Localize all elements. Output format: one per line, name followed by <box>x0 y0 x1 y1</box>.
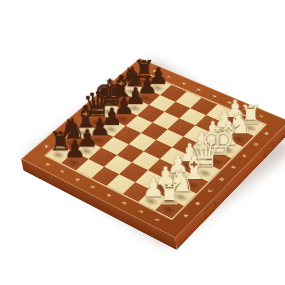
chess-board: ♜♟♟♜♞♟♟♞♝♟♟♝♚♟♟♚♛♟♟♛♝♟♟♝♞♟♟♞♜♟♟♜ 8877665… <box>21 58 285 238</box>
rank-label-8: 8 <box>41 159 56 169</box>
rook-icon: ♜ <box>157 181 182 209</box>
pawn-icon: ♟ <box>64 138 86 162</box>
file-label-e: E <box>226 162 241 172</box>
rank-label-2: 2 <box>133 206 148 217</box>
brass-latch <box>264 141 273 158</box>
rank-label-4: 4 <box>101 190 116 201</box>
rank-label-5: 5 <box>86 182 101 192</box>
rank-label-1: 1 <box>150 214 165 225</box>
square-b6 <box>89 148 117 167</box>
file-label-g: G <box>249 140 263 150</box>
file-label-h: H <box>260 129 274 138</box>
brass-latch <box>205 201 215 219</box>
rank-label-4-far: 4 <box>207 92 221 101</box>
file-label-b: B <box>190 198 205 209</box>
rank-label-7: 7 <box>55 167 70 177</box>
rank-label-6-far: 6 <box>177 79 190 87</box>
file-label-c: C <box>203 186 218 197</box>
file-label-d: D <box>214 174 229 184</box>
file-label-a: A <box>178 210 193 221</box>
file-label-f: F <box>238 151 253 161</box>
rank-label-3: 3 <box>117 198 132 209</box>
chess-set-photo: ♜♟♟♜♞♟♟♞♝♟♟♝♚♟♟♚♛♟♟♛♝♟♟♝♞♟♟♞♜♟♟♜ 8877665… <box>0 0 285 285</box>
scene: ♜♟♟♜♞♟♟♞♝♟♟♝♚♟♟♚♛♟♟♛♝♟♟♝♞♟♟♞♜♟♟♜ 8877665… <box>0 0 285 285</box>
rank-label-5-far: 5 <box>192 86 206 95</box>
rank-label-6: 6 <box>70 174 85 184</box>
